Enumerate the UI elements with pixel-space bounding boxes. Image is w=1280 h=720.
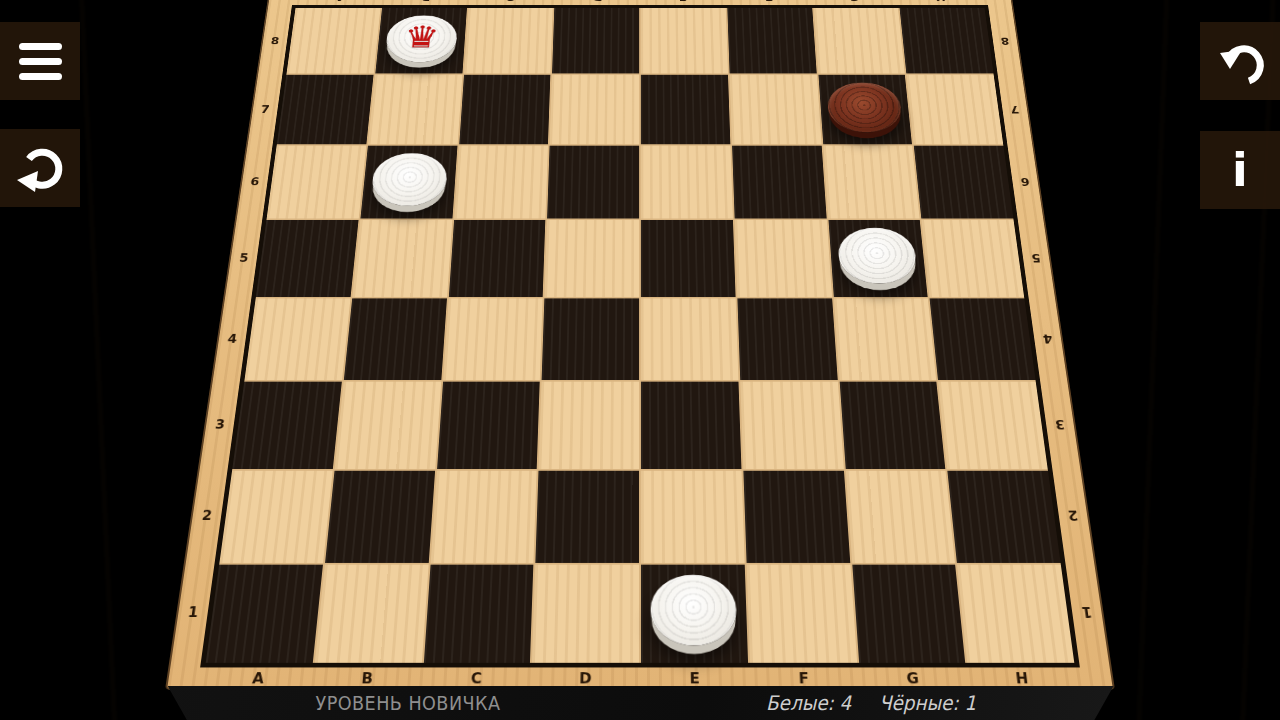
square-d4[interactable] bbox=[542, 298, 639, 380]
coordinate-label-D: D bbox=[554, 0, 640, 4]
white-score: Белые: 4 bbox=[766, 691, 851, 715]
coordinate-label-E: E bbox=[640, 0, 726, 4]
square-h4[interactable] bbox=[930, 298, 1036, 380]
info-button[interactable]: i bbox=[1200, 131, 1280, 209]
undo-button[interactable] bbox=[1200, 22, 1280, 100]
square-f7[interactable] bbox=[729, 75, 821, 144]
square-a3[interactable] bbox=[232, 382, 341, 469]
square-g1[interactable] bbox=[852, 564, 966, 662]
square-b4[interactable] bbox=[344, 298, 447, 380]
square-d5[interactable] bbox=[545, 220, 640, 297]
menu-button[interactable] bbox=[0, 22, 80, 100]
square-d6[interactable] bbox=[547, 145, 639, 218]
piece-black-man-g7[interactable] bbox=[826, 82, 902, 132]
rotate-board-icon bbox=[13, 141, 67, 195]
status-bar: УРОВЕНЬ НОВИЧКА Белые: 4 Чёрные: 1 bbox=[0, 686, 1280, 720]
black-score: Чёрные: 1 bbox=[879, 691, 976, 715]
coordinate-label-G: G bbox=[811, 0, 898, 4]
undo-arrow-icon bbox=[1212, 33, 1268, 89]
square-e2[interactable] bbox=[641, 470, 744, 562]
square-c3[interactable] bbox=[437, 382, 540, 469]
square-f6[interactable] bbox=[732, 145, 826, 218]
square-e7[interactable] bbox=[641, 75, 730, 144]
square-h5[interactable] bbox=[922, 220, 1024, 297]
square-e6[interactable] bbox=[641, 145, 733, 218]
score-display: Белые: 4 Чёрные: 1 bbox=[766, 686, 976, 720]
square-e4[interactable] bbox=[641, 298, 738, 380]
coordinate-label-F: F bbox=[726, 0, 812, 4]
square-c2[interactable] bbox=[430, 470, 537, 562]
square-h3[interactable] bbox=[938, 382, 1047, 469]
level-label: УРОВЕНЬ НОВИЧКА bbox=[311, 686, 505, 720]
square-b6[interactable] bbox=[360, 145, 457, 218]
square-c8[interactable] bbox=[464, 8, 553, 74]
square-h7[interactable] bbox=[907, 75, 1003, 144]
square-c6[interactable] bbox=[454, 145, 548, 218]
coordinate-label-D: D bbox=[531, 668, 640, 688]
square-e1[interactable] bbox=[641, 564, 748, 662]
piece-white-king-b8[interactable]: ♛ bbox=[384, 15, 458, 62]
square-d1[interactable] bbox=[532, 564, 639, 662]
coordinate-label-C: C bbox=[421, 668, 531, 688]
coordinate-label-C: C bbox=[468, 0, 554, 4]
coordinate-label-F: F bbox=[749, 668, 859, 688]
square-g6[interactable] bbox=[823, 145, 920, 218]
square-a5[interactable] bbox=[256, 220, 358, 297]
coordinate-label-E: E bbox=[640, 668, 749, 688]
square-g5[interactable] bbox=[828, 220, 928, 297]
square-d3[interactable] bbox=[539, 382, 639, 469]
board-grid: ♛ bbox=[206, 8, 1075, 663]
square-f5[interactable] bbox=[734, 220, 831, 297]
rotate-board-button[interactable] bbox=[0, 129, 80, 207]
square-e3[interactable] bbox=[641, 382, 741, 469]
square-f4[interactable] bbox=[737, 298, 837, 380]
coordinate-label-A: A bbox=[296, 0, 383, 4]
square-a8[interactable] bbox=[287, 8, 381, 74]
square-a1[interactable] bbox=[206, 564, 323, 662]
info-icon: i bbox=[1232, 147, 1248, 193]
square-f2[interactable] bbox=[743, 470, 850, 562]
square-c5[interactable] bbox=[448, 220, 545, 297]
square-b8[interactable]: ♛ bbox=[375, 8, 466, 74]
coordinate-label-H: H bbox=[897, 0, 984, 4]
piece-white-man-g5[interactable] bbox=[837, 228, 918, 284]
square-f8[interactable] bbox=[727, 8, 816, 74]
board-playing-area: ♛ bbox=[200, 5, 1080, 667]
square-c1[interactable] bbox=[423, 564, 533, 662]
coordinate-label-A: A bbox=[202, 668, 313, 688]
wood-plank-seam bbox=[78, 0, 118, 720]
square-h8[interactable] bbox=[900, 8, 994, 74]
coordinate-label-B: B bbox=[312, 668, 423, 688]
square-b5[interactable] bbox=[352, 220, 452, 297]
king-crown-icon: ♛ bbox=[384, 13, 458, 60]
piece-white-man-e1[interactable] bbox=[650, 575, 737, 646]
square-g3[interactable] bbox=[839, 382, 945, 469]
coordinate-label-B: B bbox=[382, 0, 469, 4]
square-b7[interactable] bbox=[368, 75, 462, 144]
square-c7[interactable] bbox=[459, 75, 551, 144]
square-a2[interactable] bbox=[219, 470, 332, 562]
square-a6[interactable] bbox=[267, 145, 366, 218]
game-screen: ABCDEFGH ABCDEFGH 87654321 87654321 ♛ УР… bbox=[0, 0, 1280, 720]
file-labels-bottom: ABCDEFGH bbox=[202, 668, 1077, 688]
square-g4[interactable] bbox=[833, 298, 936, 380]
square-g7[interactable] bbox=[818, 75, 912, 144]
square-e5[interactable] bbox=[641, 220, 736, 297]
square-h6[interactable] bbox=[914, 145, 1013, 218]
square-d7[interactable] bbox=[550, 75, 639, 144]
coordinate-label-H: H bbox=[966, 668, 1077, 688]
hamburger-menu-icon bbox=[19, 43, 62, 80]
coordinate-label-G: G bbox=[858, 668, 969, 688]
square-b1[interactable] bbox=[315, 564, 429, 662]
file-labels-top: ABCDEFGH bbox=[296, 0, 984, 4]
square-f1[interactable] bbox=[746, 564, 856, 662]
piece-white-man-b6[interactable] bbox=[370, 153, 449, 205]
square-a4[interactable] bbox=[244, 298, 350, 380]
square-e8[interactable] bbox=[641, 8, 728, 74]
square-d8[interactable] bbox=[552, 8, 639, 74]
square-c4[interactable] bbox=[443, 298, 543, 380]
square-g8[interactable] bbox=[813, 8, 904, 74]
square-f3[interactable] bbox=[740, 382, 843, 469]
square-b2[interactable] bbox=[325, 470, 435, 562]
checkers-board: ABCDEFGH ABCDEFGH 87654321 87654321 ♛ bbox=[165, 0, 1115, 690]
square-b3[interactable] bbox=[334, 382, 440, 469]
square-g2[interactable] bbox=[845, 470, 955, 562]
square-h1[interactable] bbox=[957, 564, 1074, 662]
square-a7[interactable] bbox=[277, 75, 373, 144]
square-d2[interactable] bbox=[536, 470, 639, 562]
square-h2[interactable] bbox=[948, 470, 1061, 562]
